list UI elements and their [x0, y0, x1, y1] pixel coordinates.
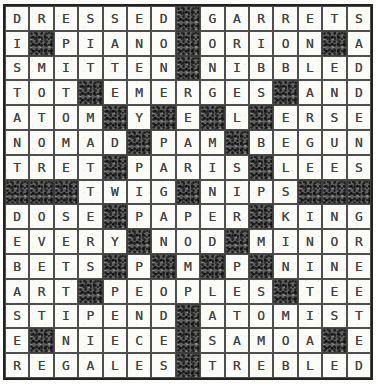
- letter-cell-r1c4: S: [78, 6, 102, 31]
- letter-cell-r5c15: E: [347, 105, 371, 130]
- letter-cell-r4c11: S: [249, 80, 273, 105]
- letter-cell-r15c11: E: [249, 353, 273, 378]
- block-cell-r3c8: [176, 56, 200, 81]
- block-cell-r10c6: [127, 229, 151, 254]
- block-cell-r14c2: [29, 328, 53, 353]
- letter-cell-r5c13: R: [298, 105, 322, 130]
- letter-cell-r15c5: L: [103, 353, 127, 378]
- letter-cell-r15c1: R: [5, 353, 29, 378]
- letter-cell-r13c12: M: [273, 304, 297, 329]
- letter-cell-r4c9: G: [200, 80, 224, 105]
- letter-cell-r15c10: R: [225, 353, 249, 378]
- block-cell-r12c12: [273, 279, 297, 304]
- letter-cell-r15c13: L: [298, 353, 322, 378]
- letter-cell-r12c13: T: [298, 279, 322, 304]
- letter-cell-r15c9: T: [200, 353, 224, 378]
- letter-cell-r7c6: P: [127, 155, 151, 180]
- letter-cell-r7c9: I: [200, 155, 224, 180]
- letter-cell-r11c6: P: [127, 254, 151, 279]
- letter-cell-r13c7: D: [151, 304, 175, 329]
- letter-cell-r2c9: O: [200, 31, 224, 56]
- letter-cell-r14c5: E: [103, 328, 127, 353]
- letter-cell-r4c7: E: [151, 80, 175, 105]
- letter-cell-r10c11: M: [249, 229, 273, 254]
- block-cell-r5c11: [249, 105, 273, 130]
- block-cell-r1c8: [176, 6, 200, 31]
- letter-cell-r9c7: A: [151, 204, 175, 229]
- letter-cell-r6c5: D: [103, 130, 127, 155]
- letter-cell-r6c1: N: [5, 130, 29, 155]
- letter-cell-r4c10: E: [225, 80, 249, 105]
- letter-cell-r10c13: N: [298, 229, 322, 254]
- letter-cell-r2c6: N: [127, 31, 151, 56]
- letter-cell-r12c9: L: [200, 279, 224, 304]
- block-cell-r12c4: [78, 279, 102, 304]
- letter-cell-r14c11: M: [249, 328, 273, 353]
- letter-cell-r2c5: A: [103, 31, 127, 56]
- letter-cell-r8c6: I: [127, 180, 151, 205]
- letter-cell-r11c1: B: [5, 254, 29, 279]
- letter-cell-r12c8: P: [176, 279, 200, 304]
- letter-cell-r6c2: O: [29, 130, 53, 155]
- letter-cell-r3c11: B: [249, 56, 273, 81]
- letter-cell-r3c10: I: [225, 56, 249, 81]
- letter-cell-r13c15: T: [347, 304, 371, 329]
- letter-cell-r13c11: O: [249, 304, 273, 329]
- letter-cell-r10c15: R: [347, 229, 371, 254]
- letter-cell-r13c13: I: [298, 304, 322, 329]
- letter-cell-r13c5: E: [103, 304, 127, 329]
- letter-cell-r11c14: N: [322, 254, 346, 279]
- letter-cell-r3c15: D: [347, 56, 371, 81]
- letter-cell-r6c13: G: [298, 130, 322, 155]
- block-cell-r8c3: [54, 180, 78, 205]
- letter-cell-r2c7: O: [151, 31, 175, 56]
- letter-cell-r15c7: S: [151, 353, 175, 378]
- letter-cell-r9c3: S: [54, 204, 78, 229]
- letter-cell-r2c1: I: [5, 31, 29, 56]
- letter-cell-r8c4: T: [78, 180, 102, 205]
- letter-cell-r10c12: I: [273, 229, 297, 254]
- letter-cell-r14c12: O: [273, 328, 297, 353]
- letter-cell-r15c14: E: [322, 353, 346, 378]
- letter-cell-r12c7: O: [151, 279, 175, 304]
- letter-cell-r6c3: M: [54, 130, 78, 155]
- letter-cell-r9c14: N: [322, 204, 346, 229]
- letter-cell-r11c10: P: [225, 254, 249, 279]
- letter-cell-r9c15: G: [347, 204, 371, 229]
- block-cell-r11c5: [103, 254, 127, 279]
- letter-cell-r3c9: N: [200, 56, 224, 81]
- letter-cell-r1c10: A: [225, 6, 249, 31]
- letter-cell-r13c9: A: [200, 304, 224, 329]
- letter-cell-r8c12: S: [273, 180, 297, 205]
- letter-cell-r10c9: D: [200, 229, 224, 254]
- block-cell-r2c2: [29, 31, 53, 56]
- letter-cell-r3c4: T: [78, 56, 102, 81]
- letter-cell-r5c1: A: [5, 105, 29, 130]
- block-cell-r10c10: [225, 229, 249, 254]
- letter-cell-r13c4: P: [78, 304, 102, 329]
- block-cell-r11c9: [200, 254, 224, 279]
- letter-cell-r10c2: V: [29, 229, 53, 254]
- letter-cell-r6c12: E: [273, 130, 297, 155]
- block-cell-r2c8: [176, 31, 200, 56]
- letter-cell-r3c5: T: [103, 56, 127, 81]
- letter-cell-r13c1: S: [5, 304, 29, 329]
- crossword-grid: DRESSEDGARRETSIPIANOORIONASMITTENNIBBLED…: [3, 4, 373, 380]
- letter-cell-r2c13: N: [298, 31, 322, 56]
- letter-cell-r14c7: E: [151, 328, 175, 353]
- letter-cell-r11c13: I: [298, 254, 322, 279]
- letter-cell-r4c5: E: [103, 80, 127, 105]
- letter-cell-r10c5: Y: [103, 229, 127, 254]
- letter-cell-r5c6: Y: [127, 105, 151, 130]
- letter-cell-r9c1: D: [5, 204, 29, 229]
- block-cell-r5c5: [103, 105, 127, 130]
- letter-cell-r5c2: T: [29, 105, 53, 130]
- letter-cell-r1c9: G: [200, 6, 224, 31]
- letter-cell-r15c12: B: [273, 353, 297, 378]
- block-cell-r13c8: [176, 304, 200, 329]
- letter-cell-r10c14: O: [322, 229, 346, 254]
- letter-cell-r7c14: E: [322, 155, 346, 180]
- letter-cell-r9c6: P: [127, 204, 151, 229]
- letter-cell-r9c10: R: [225, 204, 249, 229]
- letter-cell-r1c11: R: [249, 6, 273, 31]
- block-cell-r8c15: [347, 180, 371, 205]
- letter-cell-r4c15: D: [347, 80, 371, 105]
- letter-cell-r11c4: S: [78, 254, 102, 279]
- letter-cell-r6c11: B: [249, 130, 273, 155]
- letter-cell-r7c13: E: [298, 155, 322, 180]
- letter-cell-r1c15: S: [347, 6, 371, 31]
- letter-cell-r12c2: R: [29, 279, 53, 304]
- letter-cell-r3c7: N: [151, 56, 175, 81]
- letter-cell-r3c13: L: [298, 56, 322, 81]
- block-cell-r8c8: [176, 180, 200, 205]
- letter-cell-r3c3: I: [54, 56, 78, 81]
- letter-cell-r13c10: T: [225, 304, 249, 329]
- letter-cell-r12c6: E: [127, 279, 151, 304]
- letter-cell-r15c6: E: [127, 353, 151, 378]
- letter-cell-r15c3: G: [54, 353, 78, 378]
- letter-cell-r4c6: M: [127, 80, 151, 105]
- letter-cell-r4c14: N: [322, 80, 346, 105]
- letter-cell-r10c8: O: [176, 229, 200, 254]
- letter-cell-r15c4: A: [78, 353, 102, 378]
- letter-cell-r9c9: E: [200, 204, 224, 229]
- letter-cell-r5c4: M: [78, 105, 102, 130]
- letter-cell-r5c3: O: [54, 105, 78, 130]
- letter-cell-r6c4: A: [78, 130, 102, 155]
- letter-cell-r1c5: S: [103, 6, 127, 31]
- scanned-page: DRESSEDGARRETSIPIANOORIONASMITTENNIBBLED…: [0, 0, 376, 384]
- letter-cell-r10c7: N: [151, 229, 175, 254]
- letter-cell-r2c10: R: [225, 31, 249, 56]
- letter-cell-r4c13: A: [298, 80, 322, 105]
- letter-cell-r1c14: T: [322, 6, 346, 31]
- letter-cell-r3c6: E: [127, 56, 151, 81]
- letter-cell-r1c13: E: [298, 6, 322, 31]
- letter-cell-r3c14: E: [322, 56, 346, 81]
- letter-cell-r7c4: T: [78, 155, 102, 180]
- block-cell-r5c7: [151, 105, 175, 130]
- block-cell-r6c6: [127, 130, 151, 155]
- letter-cell-r8c7: G: [151, 180, 175, 205]
- letter-cell-r11c12: N: [273, 254, 297, 279]
- letter-cell-r9c12: K: [273, 204, 297, 229]
- letter-cell-r8c11: P: [249, 180, 273, 205]
- letter-cell-r4c1: T: [5, 80, 29, 105]
- letter-cell-r11c2: E: [29, 254, 53, 279]
- block-cell-r4c4: [78, 80, 102, 105]
- letter-cell-r8c5: W: [103, 180, 127, 205]
- letter-cell-r14c3: N: [54, 328, 78, 353]
- letter-cell-r5c8: E: [176, 105, 200, 130]
- letter-cell-r12c3: T: [54, 279, 78, 304]
- letter-cell-r1c1: D: [5, 6, 29, 31]
- letter-cell-r1c3: E: [54, 6, 78, 31]
- block-cell-r9c11: [249, 204, 273, 229]
- letter-cell-r11c8: M: [176, 254, 200, 279]
- block-cell-r11c7: [151, 254, 175, 279]
- block-cell-r11c11: [249, 254, 273, 279]
- block-cell-r8c14: [322, 180, 346, 205]
- letter-cell-r7c3: E: [54, 155, 78, 180]
- letter-cell-r14c15: E: [347, 328, 371, 353]
- letter-cell-r14c4: I: [78, 328, 102, 353]
- letter-cell-r9c8: P: [176, 204, 200, 229]
- letter-cell-r10c4: R: [78, 229, 102, 254]
- letter-cell-r10c3: E: [54, 229, 78, 254]
- letter-cell-r12c11: S: [249, 279, 273, 304]
- letter-cell-r2c3: P: [54, 31, 78, 56]
- block-cell-r8c1: [5, 180, 29, 205]
- letter-cell-r8c9: N: [200, 180, 224, 205]
- block-cell-r14c8: [176, 328, 200, 353]
- block-cell-r15c8: [176, 353, 200, 378]
- letter-cell-r1c12: R: [273, 6, 297, 31]
- block-cell-r9c5: [103, 204, 127, 229]
- letter-cell-r15c15: D: [347, 353, 371, 378]
- letter-cell-r3c1: S: [5, 56, 29, 81]
- letter-cell-r1c6: E: [127, 6, 151, 31]
- letter-cell-r13c3: I: [54, 304, 78, 329]
- letter-cell-r9c2: O: [29, 204, 53, 229]
- letter-cell-r14c1: E: [5, 328, 29, 353]
- block-cell-r4c12: [273, 80, 297, 105]
- letter-cell-r9c4: E: [78, 204, 102, 229]
- block-cell-r8c13: [298, 180, 322, 205]
- letter-cell-r1c2: R: [29, 6, 53, 31]
- letter-cell-r2c4: I: [78, 31, 102, 56]
- letter-cell-r7c7: A: [151, 155, 175, 180]
- block-cell-r5c9: [200, 105, 224, 130]
- letter-cell-r13c14: S: [322, 304, 346, 329]
- block-cell-r6c10: [225, 130, 249, 155]
- letter-cell-r12c14: E: [322, 279, 346, 304]
- letter-cell-r3c2: M: [29, 56, 53, 81]
- letter-cell-r5c10: L: [225, 105, 249, 130]
- letter-cell-r3c12: B: [273, 56, 297, 81]
- letter-cell-r2c15: A: [347, 31, 371, 56]
- letter-cell-r14c9: S: [200, 328, 224, 353]
- letter-cell-r10c1: E: [5, 229, 29, 254]
- letter-cell-r8c10: I: [225, 180, 249, 205]
- letter-cell-r13c6: N: [127, 304, 151, 329]
- block-cell-r8c2: [29, 180, 53, 205]
- letter-cell-r4c2: O: [29, 80, 53, 105]
- letter-cell-r14c13: A: [298, 328, 322, 353]
- block-cell-r7c5: [103, 155, 127, 180]
- letter-cell-r4c3: T: [54, 80, 78, 105]
- letter-cell-r14c6: C: [127, 328, 151, 353]
- letter-cell-r6c15: N: [347, 130, 371, 155]
- letter-cell-r13c2: T: [29, 304, 53, 329]
- letter-cell-r7c1: T: [5, 155, 29, 180]
- letter-cell-r7c12: L: [273, 155, 297, 180]
- letter-cell-r12c5: P: [103, 279, 127, 304]
- letter-cell-r5c14: S: [322, 105, 346, 130]
- letter-cell-r7c10: S: [225, 155, 249, 180]
- letter-cell-r6c7: P: [151, 130, 175, 155]
- letter-cell-r12c10: E: [225, 279, 249, 304]
- letter-cell-r4c8: R: [176, 80, 200, 105]
- letter-cell-r7c2: R: [29, 155, 53, 180]
- letter-cell-r6c8: A: [176, 130, 200, 155]
- letter-cell-r12c1: A: [5, 279, 29, 304]
- letter-cell-r6c14: U: [322, 130, 346, 155]
- letter-cell-r2c12: O: [273, 31, 297, 56]
- letter-cell-r7c8: R: [176, 155, 200, 180]
- letter-cell-r1c7: D: [151, 6, 175, 31]
- letter-cell-r11c3: T: [54, 254, 78, 279]
- letter-cell-r2c11: I: [249, 31, 273, 56]
- block-cell-r2c14: [322, 31, 346, 56]
- letter-cell-r15c2: E: [29, 353, 53, 378]
- letter-cell-r7c15: S: [347, 155, 371, 180]
- letter-cell-r12c15: E: [347, 279, 371, 304]
- block-cell-r14c14: [322, 328, 346, 353]
- letter-cell-r5c12: E: [273, 105, 297, 130]
- letter-cell-r6c9: M: [200, 130, 224, 155]
- letter-cell-r14c10: A: [225, 328, 249, 353]
- block-cell-r7c11: [249, 155, 273, 180]
- letter-cell-r9c13: I: [298, 204, 322, 229]
- letter-cell-r11c15: E: [347, 254, 371, 279]
